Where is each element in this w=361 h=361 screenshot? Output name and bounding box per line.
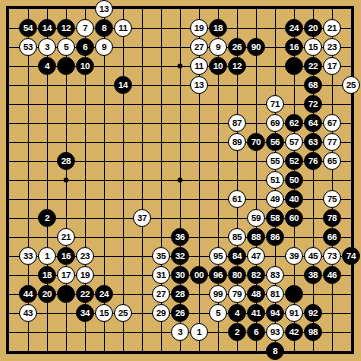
go-stone-black-plain (57, 57, 75, 75)
go-stone-white-85: 85 (228, 228, 246, 246)
go-stone-white-51: 51 (266, 171, 284, 189)
go-stone-black-58: 58 (266, 209, 284, 227)
go-stone-white-53: 53 (19, 38, 37, 56)
go-stone-white-57: 57 (285, 133, 303, 151)
go-stone-black-6: 6 (76, 38, 94, 56)
go-stone-white-27: 27 (190, 38, 208, 56)
go-stone-black-76: 76 (304, 152, 322, 170)
go-stone-black-80: 80 (228, 266, 246, 284)
go-stone-white-35: 35 (152, 247, 170, 265)
go-stone-white-3: 3 (171, 323, 189, 341)
go-stone-black-72: 72 (304, 95, 322, 113)
go-stone-white-3: 3 (38, 38, 56, 56)
go-stone-white-33: 33 (19, 247, 37, 265)
go-stone-black-plain (285, 57, 303, 75)
go-stone-black-6: 6 (247, 323, 265, 341)
go-stone-white-25: 25 (342, 76, 360, 94)
go-stone-white-87: 87 (228, 114, 246, 132)
go-stone-black-50: 50 (285, 171, 303, 189)
go-stone-white-49: 49 (266, 190, 284, 208)
go-stone-white-89: 89 (228, 133, 246, 151)
go-stone-black-86: 86 (266, 228, 284, 246)
go-stone-white-23: 23 (323, 38, 341, 56)
go-stone-black-84: 84 (228, 247, 246, 265)
go-stone-white-7: 7 (76, 19, 94, 37)
go-stone-black-22: 22 (304, 57, 322, 75)
go-stone-black-2: 2 (228, 323, 246, 341)
go-stone-black-12: 12 (57, 19, 75, 37)
go-stone-white-71: 71 (266, 95, 284, 113)
go-stone-white-77: 77 (323, 133, 341, 151)
go-stone-black-63: 63 (304, 133, 322, 151)
go-stone-white-47: 47 (247, 247, 265, 265)
go-stone-black-28: 28 (57, 152, 75, 170)
go-stone-black-90: 90 (247, 38, 265, 56)
go-stone-black-40: 40 (285, 190, 303, 208)
go-stone-black-2: 2 (38, 209, 56, 227)
go-stone-black-74: 74 (342, 247, 360, 265)
go-stone-black-54: 54 (19, 19, 37, 37)
go-stone-white-23: 23 (76, 247, 94, 265)
go-stone-white-79: 79 (228, 285, 246, 303)
go-stone-black-30: 30 (171, 266, 189, 284)
go-stone-black-16: 16 (285, 38, 303, 56)
go-stone-white-93: 93 (266, 323, 284, 341)
go-stone-black-70: 70 (247, 133, 265, 151)
go-stone-white-13: 13 (190, 76, 208, 94)
go-stone-black-18: 18 (38, 266, 56, 284)
go-stone-black-14: 14 (114, 76, 132, 94)
go-stone-black-46: 46 (323, 266, 341, 284)
go-stone-black-26: 26 (228, 38, 246, 56)
go-stone-black-78: 78 (323, 209, 341, 227)
go-stone-white-43: 43 (19, 304, 37, 322)
go-stone-white-1: 1 (38, 247, 56, 265)
go-stone-white-17: 17 (57, 266, 75, 284)
go-diagram: 1354141278111918242021533569279269016152… (0, 0, 361, 361)
go-stone-black-88: 88 (247, 228, 265, 246)
go-stone-white-9: 9 (95, 38, 113, 56)
go-stone-white-19: 19 (190, 19, 208, 37)
go-stone-black-62: 62 (285, 114, 303, 132)
go-stone-white-75: 75 (323, 190, 341, 208)
go-stone-white-25: 25 (114, 304, 132, 322)
go-stone-white-45: 45 (304, 247, 322, 265)
go-stone-black-98: 98 (304, 323, 322, 341)
go-stone-black-32: 32 (171, 247, 189, 265)
go-stone-black-41: 41 (247, 304, 265, 322)
go-stone-black-16: 16 (57, 247, 75, 265)
go-stone-white-95: 95 (209, 247, 227, 265)
go-stone-black-18: 18 (209, 19, 227, 37)
go-stone-black-20: 20 (38, 285, 56, 303)
go-stone-white-73: 73 (323, 247, 341, 265)
go-stone-black-60: 60 (285, 209, 303, 227)
go-stone-black-8: 8 (266, 342, 284, 360)
go-stone-black-10: 10 (76, 57, 94, 75)
go-stone-white-15: 15 (95, 304, 113, 322)
go-stone-white-11: 11 (190, 57, 208, 75)
go-stone-white-39: 39 (285, 247, 303, 265)
go-stone-white-91: 91 (285, 304, 303, 322)
go-stone-white-1: 1 (190, 323, 208, 341)
go-stone-white-11: 11 (114, 19, 132, 37)
go-stone-black-00: 00 (190, 266, 208, 284)
go-stone-white-59: 59 (247, 209, 265, 227)
go-stone-black-28: 28 (171, 285, 189, 303)
go-stone-black-64: 64 (304, 114, 322, 132)
star-point (178, 178, 183, 183)
go-stone-white-9: 9 (209, 38, 227, 56)
go-stone-white-17: 17 (323, 57, 341, 75)
go-stone-black-36: 36 (171, 228, 189, 246)
go-stone-white-37: 37 (133, 209, 151, 227)
go-stone-white-81: 81 (266, 285, 284, 303)
go-stone-white-5: 5 (209, 304, 227, 322)
go-stone-black-22: 22 (76, 285, 94, 303)
go-stone-black-26: 26 (171, 304, 189, 322)
go-stone-white-21: 21 (323, 19, 341, 37)
go-stone-black-14: 14 (38, 19, 56, 37)
go-stone-black-56: 56 (266, 133, 284, 151)
go-stone-white-29: 29 (152, 304, 170, 322)
go-stone-white-5: 5 (57, 38, 75, 56)
go-stone-black-12: 12 (228, 57, 246, 75)
go-stone-black-plain (285, 285, 303, 303)
go-stone-black-4: 4 (228, 304, 246, 322)
go-stone-black-38: 38 (304, 266, 322, 284)
go-stone-white-69: 69 (266, 114, 284, 132)
go-stone-black-66: 66 (323, 228, 341, 246)
go-stone-white-15: 15 (304, 38, 322, 56)
go-stone-white-27: 27 (152, 285, 170, 303)
go-stone-white-61: 61 (228, 190, 246, 208)
go-stone-black-82: 82 (247, 266, 265, 284)
star-point (64, 178, 69, 183)
go-stone-black-20: 20 (304, 19, 322, 37)
go-stone-black-24: 24 (95, 285, 113, 303)
go-stone-black-plain (57, 285, 75, 303)
go-stone-black-42: 42 (285, 323, 303, 341)
go-stone-black-44: 44 (19, 285, 37, 303)
go-stone-white-65: 65 (323, 152, 341, 170)
go-stone-white-31: 31 (152, 266, 170, 284)
go-stone-black-48: 48 (247, 285, 265, 303)
go-stone-black-92: 92 (304, 304, 322, 322)
star-point (178, 64, 183, 69)
go-stone-white-67: 67 (323, 114, 341, 132)
go-stone-black-24: 24 (285, 19, 303, 37)
go-stone-black-68: 68 (304, 76, 322, 94)
go-stone-black-4: 4 (38, 57, 56, 75)
go-stone-black-52: 52 (285, 152, 303, 170)
go-stone-black-10: 10 (209, 57, 227, 75)
go-stone-white-19: 19 (76, 266, 94, 284)
go-board: 1354141278111918242021533569279269016152… (0, 0, 361, 361)
go-stone-black-34: 34 (76, 304, 94, 322)
go-stone-white-99: 99 (209, 285, 227, 303)
go-stone-black-96: 96 (209, 266, 227, 284)
go-stone-white-13: 13 (95, 0, 113, 18)
go-stone-black-94: 94 (266, 304, 284, 322)
go-stone-white-21: 21 (57, 228, 75, 246)
go-stone-white-83: 83 (266, 266, 284, 284)
go-stone-white-55: 55 (266, 152, 284, 170)
go-stone-black-8: 8 (95, 19, 113, 37)
